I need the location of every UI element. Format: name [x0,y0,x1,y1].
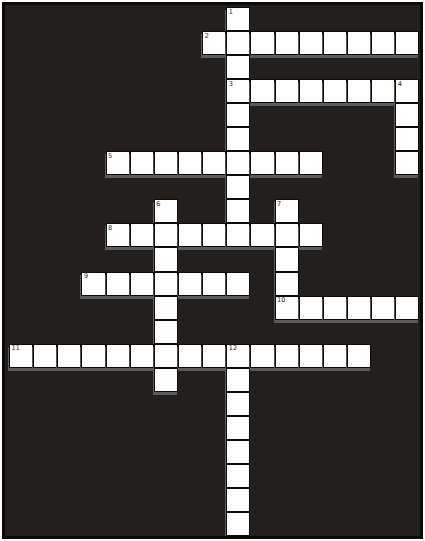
clue-number: 11 [12,345,20,352]
grid-cell-r6c9[interactable] [226,151,250,175]
grid-cell-r11c11[interactable] [275,272,299,296]
clue-number: 8 [108,225,112,232]
grid-cell-r12c16[interactable] [395,296,419,320]
grid-cell-r9c9[interactable] [226,223,250,247]
grid-cell-r8c9[interactable] [226,199,250,223]
grid-cell-r9c6[interactable] [154,223,178,247]
grid-cell-r1c13[interactable] [323,31,347,55]
crossword-page: 123456789101112 [0,0,425,541]
grid-cell-r11c9[interactable] [226,272,250,296]
grid-cell-r1c14[interactable] [347,31,371,55]
grid-cell-r5c9[interactable] [226,127,250,151]
grid-cell-r3c11[interactable] [275,79,299,103]
clue-number: 12 [229,345,237,352]
grid-cell-r6c6[interactable] [154,151,178,175]
grid-cell-r14c3[interactable] [81,344,105,368]
grid-cell-r2c9[interactable] [226,55,250,79]
grid-cell-r11c3[interactable]: 9 [81,272,105,296]
grid-cell-r3c15[interactable] [371,79,395,103]
grid-cell-r17c9[interactable] [226,416,250,440]
grid-cell-r20c9[interactable] [226,488,250,512]
grid-cell-r14c8[interactable] [202,344,226,368]
grid-cell-r5c16[interactable] [395,127,419,151]
grid-cell-r3c12[interactable] [299,79,323,103]
grid-cell-r10c11[interactable] [275,247,299,271]
clue-number: 9 [84,273,88,280]
grid-cell-r4c9[interactable] [226,103,250,127]
grid-cell-r6c10[interactable] [250,151,274,175]
clue-number: 3 [229,81,233,88]
grid-cell-r8c6[interactable]: 6 [154,199,178,223]
grid-cell-r3c14[interactable] [347,79,371,103]
grid-cell-r9c12[interactable] [299,223,323,247]
grid-cell-r13c6[interactable] [154,320,178,344]
grid-cell-r1c11[interactable] [275,31,299,55]
grid-cell-r1c12[interactable] [299,31,323,55]
grid-cell-r1c15[interactable] [371,31,395,55]
grid-cell-r9c5[interactable] [130,223,154,247]
grid-cell-r12c6[interactable] [154,296,178,320]
grid-cell-r18c9[interactable] [226,440,250,464]
grid-cell-r7c9[interactable] [226,175,250,199]
grid-cell-r14c14[interactable] [347,344,371,368]
grid-cell-r14c0[interactable]: 11 [9,344,33,368]
grid-cell-r6c4[interactable]: 5 [106,151,130,175]
clue-number: 4 [398,81,402,88]
grid-cell-r9c4[interactable]: 8 [106,223,130,247]
grid-cell-r14c10[interactable] [250,344,274,368]
grid-cell-r14c13[interactable] [323,344,347,368]
grid-cell-r8c11[interactable]: 7 [275,199,299,223]
crossword-grid: 123456789101112 [9,7,419,536]
grid-cell-r14c12[interactable] [299,344,323,368]
grid-cell-r9c11[interactable] [275,223,299,247]
grid-cell-r14c7[interactable] [178,344,202,368]
grid-cell-r3c16[interactable]: 4 [395,79,419,103]
grid-cell-r10c6[interactable] [154,247,178,271]
grid-cell-r6c5[interactable] [130,151,154,175]
grid-cell-r11c5[interactable] [130,272,154,296]
grid-cell-r9c8[interactable] [202,223,226,247]
clue-number: 2 [205,33,209,40]
grid-cell-r12c11[interactable]: 10 [275,296,299,320]
grid-cell-r14c4[interactable] [106,344,130,368]
grid-cell-r12c14[interactable] [347,296,371,320]
grid-cell-r14c5[interactable] [130,344,154,368]
clue-number: 5 [108,153,112,160]
grid-cell-r14c2[interactable] [57,344,81,368]
clue-number: 1 [229,9,233,16]
clue-number: 7 [277,201,281,208]
grid-cell-r1c8[interactable]: 2 [202,31,226,55]
grid-cell-r6c8[interactable] [202,151,226,175]
grid-cell-r19c9[interactable] [226,464,250,488]
grid-cell-r0c9[interactable]: 1 [226,7,250,31]
crossword-board: 123456789101112 [2,2,423,539]
grid-cell-r1c9[interactable] [226,31,250,55]
clue-number: 10 [277,297,285,304]
grid-cell-r11c8[interactable] [202,272,226,296]
grid-cell-r3c13[interactable] [323,79,347,103]
grid-cell-r21c9[interactable] [226,512,250,536]
grid-cell-r12c15[interactable] [371,296,395,320]
grid-cell-r12c12[interactable] [299,296,323,320]
grid-cell-r3c10[interactable] [250,79,274,103]
grid-cell-r15c6[interactable] [154,368,178,392]
grid-cell-r3c9[interactable]: 3 [226,79,250,103]
grid-cell-r14c6[interactable] [154,344,178,368]
grid-cell-r11c6[interactable] [154,272,178,296]
grid-cell-r15c9[interactable] [226,368,250,392]
grid-cell-r6c16[interactable] [395,151,419,175]
grid-cell-r14c1[interactable] [33,344,57,368]
grid-cell-r16c9[interactable] [226,392,250,416]
grid-cell-r1c16[interactable] [395,31,419,55]
grid-cell-r14c9[interactable]: 12 [226,344,250,368]
grid-cell-r6c11[interactable] [275,151,299,175]
grid-cell-r14c11[interactable] [275,344,299,368]
grid-cell-r6c12[interactable] [299,151,323,175]
grid-cell-r11c7[interactable] [178,272,202,296]
grid-cell-r9c10[interactable] [250,223,274,247]
clue-number: 6 [156,201,160,208]
grid-cell-r4c16[interactable] [395,103,419,127]
grid-cell-r12c13[interactable] [323,296,347,320]
grid-cell-r1c10[interactable] [250,31,274,55]
grid-cell-r6c7[interactable] [178,151,202,175]
grid-cell-r9c7[interactable] [178,223,202,247]
grid-cell-r11c4[interactable] [106,272,130,296]
